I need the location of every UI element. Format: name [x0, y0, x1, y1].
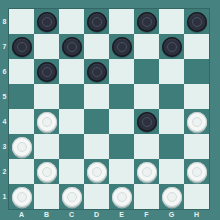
rank-label-5: 5 [0, 84, 9, 109]
square-f3[interactable] [134, 134, 159, 159]
checkers-app: 87654321 ABCDEFGH [0, 0, 220, 220]
square-h1[interactable] [184, 184, 209, 209]
square-c5[interactable] [59, 84, 84, 109]
square-h3[interactable] [184, 134, 209, 159]
square-f6[interactable] [134, 59, 159, 84]
square-f8[interactable] [134, 9, 159, 34]
square-e3[interactable] [109, 134, 134, 159]
square-c3[interactable] [59, 134, 84, 159]
square-f1[interactable] [134, 184, 159, 209]
black-man-g7[interactable] [162, 37, 182, 57]
square-f2[interactable] [134, 159, 159, 184]
black-man-a7[interactable] [12, 37, 32, 57]
square-a6[interactable] [9, 59, 34, 84]
square-b3[interactable] [34, 134, 59, 159]
square-b1[interactable] [34, 184, 59, 209]
square-h5[interactable] [184, 84, 209, 109]
square-a4[interactable] [9, 109, 34, 134]
white-man-b2[interactable] [37, 162, 57, 182]
file-label-b: B [34, 209, 59, 220]
file-label-a: A [9, 209, 34, 220]
square-g8[interactable] [159, 9, 184, 34]
file-label-c: C [59, 209, 84, 220]
square-a8[interactable] [9, 9, 34, 34]
square-a2[interactable] [9, 159, 34, 184]
white-man-e1[interactable] [112, 187, 132, 207]
square-f5[interactable] [134, 84, 159, 109]
white-man-a3[interactable] [12, 137, 32, 157]
rank-label-7: 7 [0, 34, 9, 59]
square-d6[interactable] [84, 59, 109, 84]
square-a7[interactable] [9, 34, 34, 59]
square-c8[interactable] [59, 9, 84, 34]
square-g7[interactable] [159, 34, 184, 59]
square-d4[interactable] [84, 109, 109, 134]
white-man-a1[interactable] [12, 187, 32, 207]
file-label-f: F [134, 209, 159, 220]
square-g4[interactable] [159, 109, 184, 134]
square-c6[interactable] [59, 59, 84, 84]
file-label-h: H [184, 209, 209, 220]
square-c1[interactable] [59, 184, 84, 209]
black-man-h8[interactable] [187, 12, 207, 32]
white-man-f2[interactable] [137, 162, 157, 182]
square-e5[interactable] [109, 84, 134, 109]
square-d5[interactable] [84, 84, 109, 109]
square-e2[interactable] [109, 159, 134, 184]
square-b6[interactable] [34, 59, 59, 84]
square-e7[interactable] [109, 34, 134, 59]
black-man-d6[interactable] [87, 62, 107, 82]
square-g1[interactable] [159, 184, 184, 209]
white-man-c1[interactable] [62, 187, 82, 207]
black-man-f8[interactable] [137, 12, 157, 32]
file-label-d: D [84, 209, 109, 220]
black-man-f4[interactable] [137, 112, 157, 132]
rank-label-4: 4 [0, 109, 9, 134]
square-g3[interactable] [159, 134, 184, 159]
square-d8[interactable] [84, 9, 109, 34]
square-a5[interactable] [9, 84, 34, 109]
black-man-b8[interactable] [37, 12, 57, 32]
black-man-e7[interactable] [112, 37, 132, 57]
square-d3[interactable] [84, 134, 109, 159]
square-b8[interactable] [34, 9, 59, 34]
black-man-c7[interactable] [62, 37, 82, 57]
white-man-d2[interactable] [87, 162, 107, 182]
square-h8[interactable] [184, 9, 209, 34]
black-man-b6[interactable] [37, 62, 57, 82]
white-man-h4[interactable] [187, 112, 207, 132]
square-b4[interactable] [34, 109, 59, 134]
square-e1[interactable] [109, 184, 134, 209]
white-man-h2[interactable] [187, 162, 207, 182]
square-c4[interactable] [59, 109, 84, 134]
square-e8[interactable] [109, 9, 134, 34]
square-a3[interactable] [9, 134, 34, 159]
rank-label-1: 1 [0, 184, 9, 209]
square-g6[interactable] [159, 59, 184, 84]
square-c2[interactable] [59, 159, 84, 184]
white-man-g1[interactable] [162, 187, 182, 207]
square-b2[interactable] [34, 159, 59, 184]
white-man-b4[interactable] [37, 112, 57, 132]
rank-label-6: 6 [0, 59, 9, 84]
square-b7[interactable] [34, 34, 59, 59]
square-g2[interactable] [159, 159, 184, 184]
rank-label-3: 3 [0, 134, 9, 159]
square-f4[interactable] [134, 109, 159, 134]
square-d7[interactable] [84, 34, 109, 59]
checkers-board [9, 9, 209, 209]
square-d2[interactable] [84, 159, 109, 184]
square-h2[interactable] [184, 159, 209, 184]
square-g5[interactable] [159, 84, 184, 109]
square-b5[interactable] [34, 84, 59, 109]
square-a1[interactable] [9, 184, 34, 209]
file-label-g: G [159, 209, 184, 220]
square-f7[interactable] [134, 34, 159, 59]
file-label-e: E [109, 209, 134, 220]
square-d1[interactable] [84, 184, 109, 209]
rank-labels: 87654321 [0, 9, 9, 209]
rank-label-2: 2 [0, 159, 9, 184]
square-c7[interactable] [59, 34, 84, 59]
square-h6[interactable] [184, 59, 209, 84]
rank-label-8: 8 [0, 9, 9, 34]
square-e6[interactable] [109, 59, 134, 84]
square-h7[interactable] [184, 34, 209, 59]
file-labels: ABCDEFGH [9, 209, 209, 220]
square-h4[interactable] [184, 109, 209, 134]
square-e4[interactable] [109, 109, 134, 134]
black-man-d8[interactable] [87, 12, 107, 32]
